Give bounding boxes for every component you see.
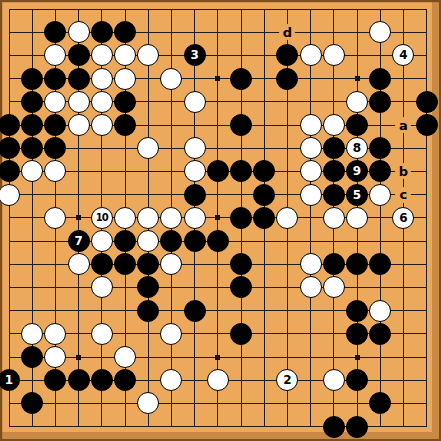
stone-white	[44, 323, 66, 345]
stone-black	[114, 230, 136, 252]
stone-black	[184, 300, 206, 322]
stone-white	[369, 300, 391, 322]
stone-white	[160, 68, 182, 90]
stone-black	[91, 253, 113, 275]
stone-white	[184, 137, 206, 159]
stone-black	[369, 160, 391, 182]
stone-black	[230, 207, 252, 229]
point-label-c: c	[395, 187, 411, 203]
stone-black	[369, 253, 391, 275]
hoshi-point	[215, 355, 220, 360]
move-number-label: 10	[96, 213, 108, 223]
stone-black	[416, 91, 438, 113]
stone-black	[21, 346, 43, 368]
stone-black	[369, 91, 391, 113]
move-number-label: 4	[399, 49, 407, 61]
stone-white	[323, 114, 345, 136]
stone-black	[91, 21, 113, 43]
stone-white	[160, 323, 182, 345]
stone-black	[160, 230, 182, 252]
move-number-label: 7	[74, 235, 82, 247]
stone-black	[21, 114, 43, 136]
stone-white	[44, 207, 66, 229]
stone-white	[137, 137, 159, 159]
stone-white	[21, 160, 43, 182]
stone-white	[184, 91, 206, 113]
stone-black	[114, 369, 136, 391]
stone-black	[44, 21, 66, 43]
stone-black	[369, 68, 391, 90]
stone-black	[0, 160, 20, 182]
stone-white	[21, 323, 43, 345]
stone-black: 9	[346, 160, 368, 182]
stone-white	[276, 207, 298, 229]
stone-black	[184, 184, 206, 206]
stone-black	[21, 392, 43, 414]
stone-white	[91, 68, 113, 90]
stone-black	[253, 160, 275, 182]
move-number-label: 8	[353, 142, 361, 154]
stone-black	[114, 114, 136, 136]
stone-black	[44, 137, 66, 159]
stone-black	[21, 137, 43, 159]
stone-black	[323, 184, 345, 206]
stone-white	[369, 184, 391, 206]
stone-white	[323, 207, 345, 229]
stone-black	[346, 114, 368, 136]
stone-white: 10	[91, 207, 113, 229]
stone-black	[323, 160, 345, 182]
hoshi-point	[355, 355, 360, 360]
stone-black	[230, 68, 252, 90]
stone-white	[137, 44, 159, 66]
stone-black	[21, 68, 43, 90]
move-number-label: 1	[5, 374, 13, 386]
go-diagram: 34895106712abcd	[0, 0, 441, 441]
stone-white	[346, 91, 368, 113]
stone-black	[114, 91, 136, 113]
move-number-label: 9	[353, 165, 361, 177]
move-number-label: 2	[283, 374, 291, 386]
hoshi-point	[215, 215, 220, 220]
stone-black	[416, 114, 438, 136]
stone-white	[184, 207, 206, 229]
stone-black	[346, 253, 368, 275]
stone-black	[253, 207, 275, 229]
point-label-b: b	[395, 163, 411, 179]
stone-white: 2	[276, 369, 298, 391]
stone-black	[114, 253, 136, 275]
stone-black	[0, 137, 20, 159]
point-label-d: d	[279, 24, 295, 40]
stone-white	[68, 114, 90, 136]
stone-white: 6	[392, 207, 414, 229]
stone-white	[44, 91, 66, 113]
move-number-label: 5	[353, 189, 361, 201]
stone-white	[68, 91, 90, 113]
stone-black	[230, 160, 252, 182]
stone-black: 5	[346, 184, 368, 206]
stone-black	[230, 114, 252, 136]
stone-white	[207, 369, 229, 391]
stone-black	[253, 184, 275, 206]
grid-line-vertical	[426, 9, 427, 428]
stone-white	[137, 230, 159, 252]
stone-black	[68, 44, 90, 66]
stone-black	[68, 369, 90, 391]
stone-white: 4	[392, 44, 414, 66]
stone-white	[91, 91, 113, 113]
stone-black	[323, 416, 345, 438]
stone-white	[160, 207, 182, 229]
stone-white	[323, 369, 345, 391]
stone-white	[300, 160, 322, 182]
stone-white	[114, 68, 136, 90]
stone-black	[137, 276, 159, 298]
stone-white	[323, 276, 345, 298]
stone-white	[369, 21, 391, 43]
stone-black	[207, 160, 229, 182]
stone-black	[0, 114, 20, 136]
stone-white	[323, 44, 345, 66]
stone-black: 3	[184, 44, 206, 66]
stone-white	[300, 137, 322, 159]
stone-white	[114, 207, 136, 229]
stone-black	[44, 369, 66, 391]
stone-black	[369, 137, 391, 159]
stone-white	[300, 114, 322, 136]
stone-white	[300, 184, 322, 206]
hoshi-point	[76, 355, 81, 360]
stone-white	[91, 44, 113, 66]
hoshi-point	[215, 76, 220, 81]
stone-black	[369, 392, 391, 414]
stone-black	[137, 253, 159, 275]
stone-white	[91, 230, 113, 252]
stone-white	[184, 160, 206, 182]
stone-white	[114, 44, 136, 66]
stone-black	[137, 300, 159, 322]
stone-white	[300, 253, 322, 275]
stone-black	[21, 91, 43, 113]
stone-black	[184, 230, 206, 252]
stone-black	[68, 68, 90, 90]
stone-white	[346, 207, 368, 229]
stone-black	[369, 323, 391, 345]
stone-black	[91, 369, 113, 391]
stone-white	[44, 44, 66, 66]
stone-white	[0, 184, 20, 206]
stone-white	[137, 207, 159, 229]
grid-line-horizontal	[9, 403, 428, 404]
stone-white	[68, 21, 90, 43]
stone-black	[230, 253, 252, 275]
stone-white	[300, 276, 322, 298]
stone-black: 7	[68, 230, 90, 252]
stone-black	[276, 44, 298, 66]
stone-black	[230, 323, 252, 345]
stone-white	[68, 253, 90, 275]
stone-black	[346, 323, 368, 345]
move-number-label: 6	[399, 212, 407, 224]
stone-white: 8	[346, 137, 368, 159]
stone-black	[346, 300, 368, 322]
stone-black	[44, 68, 66, 90]
stone-black	[207, 230, 229, 252]
grid-line-vertical	[310, 9, 311, 428]
hoshi-point	[76, 215, 81, 220]
hoshi-point	[355, 76, 360, 81]
stone-white	[91, 114, 113, 136]
stone-white	[160, 253, 182, 275]
stone-black	[323, 253, 345, 275]
stone-black	[44, 114, 66, 136]
stone-white	[44, 346, 66, 368]
grid-line-horizontal	[9, 287, 428, 288]
point-label-a: a	[395, 117, 411, 133]
stone-black	[114, 21, 136, 43]
stone-white	[300, 44, 322, 66]
stone-white	[44, 160, 66, 182]
stone-white	[91, 323, 113, 345]
go-board: 34895106712abcd	[0, 0, 441, 441]
stone-black: 1	[0, 369, 20, 391]
stone-black	[346, 416, 368, 438]
stone-white	[114, 346, 136, 368]
stone-white	[91, 276, 113, 298]
stone-white	[137, 392, 159, 414]
stone-black	[323, 137, 345, 159]
stone-white	[160, 369, 182, 391]
stone-black	[230, 276, 252, 298]
move-number-label: 3	[190, 49, 198, 61]
stone-black	[276, 68, 298, 90]
stone-black	[346, 369, 368, 391]
